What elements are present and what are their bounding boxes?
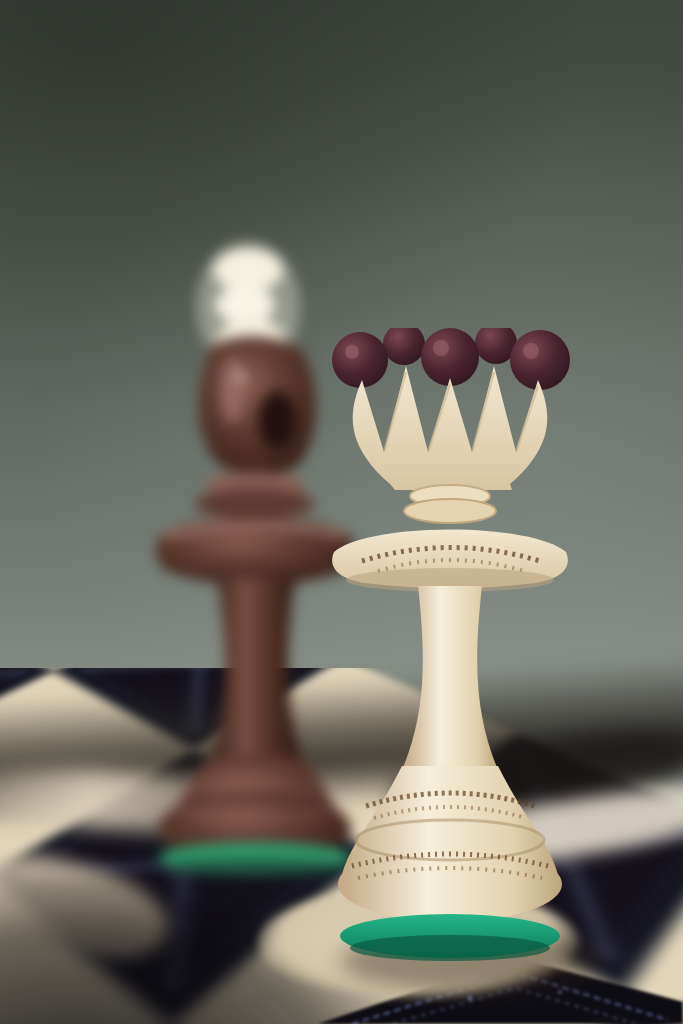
- king-crown: [199, 336, 316, 475]
- chess-photo: Close-up photograph of two wooden chess …: [0, 0, 683, 1024]
- white-queen-piece: [300, 328, 600, 968]
- king-crown-hole: [258, 391, 296, 449]
- queen-coronet-balls: [332, 328, 570, 390]
- king-column: [211, 578, 301, 760]
- queen-column: [402, 586, 498, 770]
